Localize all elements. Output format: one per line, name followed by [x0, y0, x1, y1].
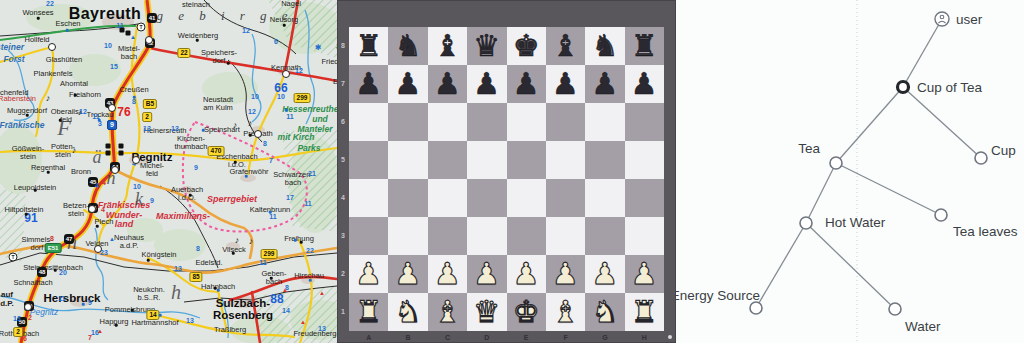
- square-d3[interactable]: [467, 217, 506, 255]
- piece-white-bishop[interactable]: ♝: [546, 293, 585, 331]
- building-icon: [106, 144, 111, 149]
- town-dot-icon: [249, 134, 252, 137]
- road-distance-number: 21: [308, 170, 316, 177]
- town-ring-icon: [111, 166, 119, 174]
- square-f1[interactable]: ♝: [546, 293, 585, 331]
- map-town-label: Nagel: [281, 0, 301, 8]
- node-tea[interactable]: [830, 157, 842, 169]
- road-distance-number: 22: [46, 0, 54, 7]
- road-distance-number: 4: [101, 206, 105, 213]
- node-label-cup: Cup: [991, 143, 1016, 158]
- file-label-g: G: [585, 332, 624, 343]
- node-hot_water[interactable]: [800, 217, 812, 229]
- town-dot-icon: [232, 252, 235, 255]
- road-distance-number: 11: [58, 295, 65, 302]
- piece-black-bishop[interactable]: ♝: [428, 27, 467, 65]
- square-c8[interactable]: ♝: [428, 27, 467, 65]
- route-badge: 299: [261, 249, 278, 259]
- map-town-label: Glashütten: [46, 56, 82, 64]
- town-ring-icon: [88, 205, 96, 213]
- node-label-water: Water: [905, 319, 941, 334]
- square-f5[interactable]: [546, 141, 585, 179]
- building-icon: [119, 144, 124, 149]
- square-a3[interactable]: [349, 217, 388, 255]
- route-badge: B5: [143, 99, 157, 109]
- file-label-a: A: [349, 332, 388, 343]
- road-distance-number: 8: [196, 245, 200, 252]
- map-town-label: Auerbach i.d.O.: [171, 186, 203, 202]
- town-dot-icon: [37, 17, 40, 20]
- map-town-label: Fried: [321, 58, 337, 66]
- map-town-label: Hartmannshof: [131, 319, 178, 327]
- node-label-tea: Tea: [798, 141, 820, 156]
- map-town-label: Geben- bach: [261, 270, 286, 286]
- piece-white-pawn[interactable]: ♟: [546, 255, 585, 293]
- map-town-label: Bronn: [71, 168, 91, 176]
- road-distance-number: 13: [186, 317, 194, 324]
- castle-icon: ♪: [233, 120, 238, 130]
- route-badge: 470: [208, 146, 225, 156]
- town-dot-icon: [59, 119, 62, 122]
- route-badge: 9: [107, 120, 117, 130]
- road-distance-number: 11: [286, 113, 293, 120]
- poi-dot-icon: [309, 279, 312, 282]
- square-b1[interactable]: ♞: [388, 293, 427, 331]
- edge-hot_water-water: [806, 223, 895, 309]
- piece-white-knight[interactable]: ♞: [388, 293, 427, 331]
- map-town-label: ä: [93, 148, 102, 167]
- map-town-label: Parks: [297, 144, 320, 153]
- peak-icon: ▲: [109, 236, 115, 242]
- rank-label-5: 5: [337, 141, 349, 179]
- node-label-cup_of_tea: Cup of Tea: [917, 80, 983, 95]
- square-c7[interactable]: ♟: [428, 65, 467, 103]
- map-town-label: Freudenberg: [294, 330, 337, 338]
- square-a7[interactable]: ♟: [349, 65, 388, 103]
- poi-dot-icon: [269, 211, 272, 214]
- edge-cup_of_tea-cup: [903, 87, 981, 158]
- square-g2[interactable]: ♟: [585, 255, 624, 293]
- town-dot-icon: [47, 171, 50, 174]
- edge-user-cup_of_tea: [903, 19, 942, 87]
- poi-dot-icon: [66, 29, 69, 32]
- map-town-label: Hollfeld: [24, 36, 49, 44]
- file-label-e: E: [507, 332, 546, 343]
- rank-label-2: 2: [337, 255, 349, 293]
- town-ring-icon: [48, 43, 56, 51]
- road-distance-number: 14: [282, 307, 290, 314]
- sight-icon: ✱: [315, 43, 322, 52]
- map-town-label: Grafenwöhr: [229, 168, 268, 176]
- piece-white-pawn[interactable]: ♟: [428, 255, 467, 293]
- square-f6[interactable]: [546, 103, 585, 141]
- map-town-label: Fränkische: [0, 121, 44, 130]
- map-town-label: Schwarzen- bach: [273, 171, 313, 187]
- poi-dot-icon: [285, 109, 288, 112]
- square-e7[interactable]: ♟: [507, 65, 546, 103]
- square-d2[interactable]: ♟: [467, 255, 506, 293]
- square-g5[interactable]: [585, 141, 624, 179]
- town-dot-icon: [115, 324, 118, 327]
- map-town-label: Schnaittach: [13, 279, 52, 287]
- board-corner-dot: [668, 335, 672, 339]
- map-town-label: mit Kirch: [278, 133, 315, 142]
- square-c3[interactable]: [428, 217, 467, 255]
- square-c6[interactable]: [428, 103, 467, 141]
- piece-white-knight[interactable]: ♞: [585, 293, 624, 331]
- tea-concept-diagram-panel: userCup of TeaCupTeaHot WaterTea leavesE…: [676, 0, 1024, 343]
- building-icon: [120, 28, 125, 33]
- map-town-label: Ahorntal: [60, 80, 88, 88]
- square-g6[interactable]: [585, 103, 624, 141]
- road-distance-number: 6: [274, 38, 278, 45]
- node-water[interactable]: [889, 303, 901, 315]
- autobahn-exit-badge: 41: [147, 13, 157, 23]
- road-distance-number: 76: [117, 105, 130, 119]
- square-g4[interactable]: [585, 179, 624, 217]
- rank-label-7: 7: [337, 65, 349, 103]
- piece-white-pawn[interactable]: ♟: [388, 255, 427, 293]
- road-distance-number: 9: [150, 197, 154, 204]
- node-label-user: user: [956, 12, 983, 27]
- road-distance-number: 9: [88, 299, 92, 306]
- town-dot-icon: [131, 309, 134, 312]
- map-town-label: auf d.P.: [0, 291, 14, 308]
- town-ring-icon: [24, 303, 32, 311]
- node-label-hot_water: Hot Water: [825, 215, 886, 230]
- file-label-d: D: [467, 332, 506, 343]
- piece-white-pawn[interactable]: ♟: [467, 255, 506, 293]
- map-town-label: Rabenstein: [0, 95, 36, 103]
- road-distance-number: 12: [242, 27, 250, 34]
- square-h8[interactable]: ♜: [625, 27, 664, 65]
- file-label-b: B: [388, 332, 427, 343]
- map-town-label: Creußen: [119, 86, 148, 94]
- poi-dot-icon: [159, 314, 162, 317]
- road-distance-number: 11: [304, 200, 311, 207]
- road-distance-number: 11: [259, 259, 266, 266]
- square-b3[interactable]: [388, 217, 427, 255]
- square-h5[interactable]: [625, 141, 664, 179]
- square-a8[interactable]: ♜: [349, 27, 388, 65]
- edge-cup_of_tea-tea: [836, 87, 903, 163]
- route-badge: 22: [177, 48, 190, 58]
- square-h2[interactable]: ♟: [625, 255, 664, 293]
- square-h1[interactable]: ♜: [625, 293, 664, 331]
- square-c1[interactable]: ♝: [428, 293, 467, 331]
- town-dot-icon: [147, 259, 150, 262]
- square-f8[interactable]: ♝: [546, 27, 585, 65]
- campsite-icon: ▲: [97, 328, 103, 334]
- road-distance-number: 11: [269, 213, 276, 220]
- poi-dot-icon: [245, 175, 248, 178]
- piece-white-rook[interactable]: ♜: [349, 293, 388, 331]
- road-distance-number: 10: [251, 93, 259, 100]
- square-d4[interactable]: [467, 179, 506, 217]
- piece-black-pawn[interactable]: ♟: [467, 65, 506, 103]
- square-a2[interactable]: ♟: [349, 255, 388, 293]
- square-b2[interactable]: ♟: [388, 255, 427, 293]
- square-h6[interactable]: [625, 103, 664, 141]
- piece-white-rook[interactable]: ♜: [625, 293, 664, 331]
- edge-hot_water-energy_source: [756, 223, 806, 308]
- road-distance-number: 8: [50, 235, 54, 242]
- piece-white-pawn[interactable]: ♟: [507, 255, 546, 293]
- square-c5[interactable]: [428, 141, 467, 179]
- route-badge: 2: [142, 112, 152, 122]
- road-distance-number: 4: [102, 179, 106, 186]
- square-e6[interactable]: [507, 103, 546, 141]
- square-b7[interactable]: ♟: [388, 65, 427, 103]
- square-e5[interactable]: [507, 141, 546, 179]
- map-town-label: Trockau: [87, 111, 114, 119]
- poi-dot-icon: [98, 119, 101, 122]
- map-town-label: Mistel- bach: [118, 45, 140, 61]
- piece-black-knight[interactable]: ♞: [585, 27, 624, 65]
- square-g7[interactable]: ♟: [585, 65, 624, 103]
- map-town-label: Speichers- dorf: [201, 49, 237, 65]
- map-town-label: k: [135, 190, 143, 209]
- rank-label-8: 8: [337, 27, 349, 65]
- road-distance-number: 12: [248, 108, 256, 115]
- road-distance-number: 8: [132, 98, 136, 105]
- autobahn-exit-badge: 47: [64, 234, 74, 244]
- route-badge: E51: [45, 243, 62, 253]
- town-dot-icon: [234, 161, 237, 164]
- square-f7[interactable]: ♟: [546, 65, 585, 103]
- square-d6[interactable]: [467, 103, 506, 141]
- town-dot-icon: [74, 94, 77, 97]
- town-dot-icon: [227, 62, 230, 65]
- poi-dot-icon: [294, 239, 297, 242]
- piece-white-pawn[interactable]: ♟: [625, 255, 664, 293]
- piece-white-bishop[interactable]: ♝: [428, 293, 467, 331]
- road-distance-number: 15: [110, 63, 118, 70]
- town-ring-icon: [282, 70, 290, 78]
- square-g3[interactable]: [585, 217, 624, 255]
- road-distance-number: 13: [143, 125, 151, 132]
- campsite-icon: ▲: [300, 319, 306, 325]
- town-dot-icon: [26, 114, 29, 117]
- campsite-icon: ▲: [319, 290, 325, 296]
- service-icon: T: [9, 253, 18, 262]
- piece-black-knight[interactable]: ♞: [388, 27, 427, 65]
- road-distance-number: 13: [174, 265, 182, 272]
- rank-label-3: 3: [337, 217, 349, 255]
- square-g8[interactable]: ♞: [585, 27, 624, 65]
- piece-white-pawn[interactable]: ♟: [349, 255, 388, 293]
- square-b5[interactable]: [388, 141, 427, 179]
- map-town-label: steiner: [0, 43, 24, 52]
- node-label-tea_leaves: Tea leaves: [953, 224, 1018, 239]
- road-distance-number: 2: [28, 314, 32, 321]
- route-badge: 2: [13, 327, 23, 337]
- file-label-c: C: [428, 332, 467, 343]
- rank-label-4: 4: [337, 179, 349, 217]
- map-town-label: Sulzbach- Rosenberg: [213, 297, 273, 322]
- square-d7[interactable]: ♟: [467, 65, 506, 103]
- road-distance-number: 13: [13, 315, 21, 322]
- map-labels-layer: BayreuthPegnitzHersbruckSulzbach- Rosenb…: [0, 0, 337, 343]
- map-town-label: Maximilians-: [156, 212, 210, 222]
- road-distance-number: 10: [133, 183, 141, 190]
- castle-icon: ♪: [235, 235, 240, 245]
- piece-white-pawn[interactable]: ♟: [585, 255, 624, 293]
- map-town-label: Eschen: [55, 20, 80, 28]
- road-distance-number: 8: [263, 140, 267, 147]
- square-b4[interactable]: [388, 179, 427, 217]
- campsite-icon: ▲: [282, 287, 288, 293]
- screenshot-root: BayreuthPegnitzHersbruckSulzbach- Rosenb…: [0, 0, 1024, 343]
- node-label-energy_source: Energy Source: [676, 288, 760, 303]
- square-c4[interactable]: [428, 179, 467, 217]
- service-icon: T: [137, 23, 146, 32]
- map-town-label: Traßlberg: [214, 326, 246, 334]
- road-distance-number: 9: [194, 164, 198, 171]
- building-icon: [119, 151, 124, 156]
- castle-icon: ♪: [78, 107, 83, 117]
- road-distance-number: 17: [286, 194, 294, 201]
- square-f4[interactable]: [546, 179, 585, 217]
- square-h4[interactable]: [625, 179, 664, 217]
- piece-black-pawn[interactable]: ♟: [349, 65, 388, 103]
- poi-dot-icon: [202, 129, 205, 132]
- road-distance-number: 22: [306, 247, 314, 254]
- node-cup[interactable]: [975, 152, 987, 164]
- castle-icon: ♪: [249, 236, 254, 246]
- piece-black-pawn[interactable]: ♟: [625, 65, 664, 103]
- square-a4[interactable]: [349, 179, 388, 217]
- square-e1[interactable]: ♚: [507, 293, 546, 331]
- piece-black-pawn[interactable]: ♟: [428, 65, 467, 103]
- edge-tea-hot_water: [806, 163, 836, 223]
- edge-tea-tea_leaves: [836, 163, 941, 215]
- route-badge: 14: [146, 310, 159, 320]
- castle-icon: ♪: [46, 93, 51, 103]
- road-distance-number: 12: [295, 67, 303, 74]
- square-d5[interactable]: [467, 141, 506, 179]
- town-ring-icon: [108, 104, 116, 112]
- map-town-label: Betzen- stein: [63, 202, 89, 218]
- road-distance-number: 88: [270, 292, 283, 306]
- town-dot-icon: [300, 241, 303, 244]
- town-dot-icon: [189, 194, 192, 197]
- building-icon: [126, 31, 131, 36]
- autobahn-exit-badge: 48: [37, 267, 47, 277]
- road-distance-number: 10: [277, 93, 285, 100]
- town-ring-icon: [94, 245, 102, 253]
- road-distance-number: 7: [269, 157, 273, 164]
- building-icon: [106, 151, 111, 156]
- square-d1[interactable]: ♛: [467, 293, 506, 331]
- town-ring-icon: [254, 130, 262, 138]
- map-town-label: g e b i r g e: [156, 9, 293, 23]
- peak-icon: ▲: [130, 34, 136, 40]
- road-distance-number: 4: [95, 182, 99, 189]
- castle-icon: ♪: [72, 145, 77, 155]
- piece-black-pawn[interactable]: ♟: [388, 65, 427, 103]
- map-town-label: Neustadt am Kulm: [203, 96, 233, 112]
- map-town-label: Edelsfd.: [195, 259, 222, 267]
- road-distance-number: 10: [104, 42, 112, 49]
- road-distance-number: 13: [171, 125, 179, 132]
- square-f2[interactable]: ♟: [546, 255, 585, 293]
- poi-dot-icon: [82, 303, 85, 306]
- road-distance-number: 6: [23, 335, 27, 342]
- map-town-label: Kirchen- thumbach: [175, 135, 208, 151]
- file-label-h: H: [625, 332, 664, 343]
- square-c2[interactable]: ♟: [428, 255, 467, 293]
- route-badge: 299: [294, 93, 311, 103]
- map-town-label: Neuhaus a.d.P.: [114, 234, 144, 250]
- node-tea_leaves[interactable]: [935, 209, 947, 221]
- square-a6[interactable]: [349, 103, 388, 141]
- map-town-label: Forst: [3, 55, 24, 64]
- rank-label-6: 6: [337, 103, 349, 141]
- map-town-label: Pegnitz: [30, 308, 58, 317]
- square-e3[interactable]: [507, 217, 546, 255]
- piece-white-queen[interactable]: ♛: [467, 293, 506, 331]
- town-dot-icon: [270, 277, 273, 280]
- town-ring-icon: [132, 156, 140, 164]
- piece-white-king[interactable]: ♚: [507, 293, 546, 331]
- node-energy_source[interactable]: [750, 302, 762, 314]
- town-dot-icon: [54, 269, 57, 272]
- town-dot-icon: [196, 39, 199, 42]
- piece-black-rook[interactable]: ♜: [349, 27, 388, 65]
- square-h7[interactable]: ♟: [625, 65, 664, 103]
- map-town-label: Michel- feld: [140, 162, 164, 178]
- square-e8[interactable]: ♚: [507, 27, 546, 65]
- piece-black-rook[interactable]: ♜: [625, 27, 664, 65]
- map-town-label: Plankenfels: [34, 70, 73, 78]
- piece-black-king[interactable]: ♚: [507, 27, 546, 65]
- piece-black-bishop[interactable]: ♝: [546, 27, 585, 65]
- poi-dot-icon: [133, 96, 136, 99]
- chess-board-panel: ♜♞♝♛♚♝♞♜♟♟♟♟♟♟♟♟♟♟♟♟♟♟♟♟♜♞♝♛♚♝♞♜ 8765432…: [337, 0, 676, 343]
- piece-black-pawn[interactable]: ♟: [585, 65, 624, 103]
- road-map-panel: BayreuthPegnitzHersbruckSulzbach- Rosenb…: [0, 0, 337, 343]
- town-dot-icon: [96, 225, 99, 228]
- piece-black-queen[interactable]: ♛: [467, 27, 506, 65]
- square-a5[interactable]: [349, 141, 388, 179]
- castle-icon: ♪: [248, 118, 253, 128]
- map-town-label: Neukchn. b.S..R.: [133, 286, 165, 302]
- chess-board[interactable]: ♜♞♝♛♚♝♞♜♟♟♟♟♟♟♟♟♟♟♟♟♟♟♟♟♜♞♝♛♚♝♞♜: [349, 27, 664, 331]
- poi-dot-icon: [217, 289, 220, 292]
- square-f3[interactable]: [546, 217, 585, 255]
- road-distance-number: 7: [88, 334, 92, 341]
- square-h3[interactable]: [625, 217, 664, 255]
- square-a1[interactable]: ♜: [349, 293, 388, 331]
- road-distance-number: 20: [59, 269, 67, 276]
- town-ring-icon: [145, 36, 153, 44]
- node-cup_of_tea[interactable]: [898, 82, 909, 93]
- square-e4[interactable]: [507, 179, 546, 217]
- square-b6[interactable]: [388, 103, 427, 141]
- map-town-label: Gößwein- stein: [12, 145, 45, 161]
- rank-label-1: 1: [337, 293, 349, 331]
- square-e2[interactable]: ♟: [507, 255, 546, 293]
- piece-black-pawn[interactable]: ♟: [507, 65, 546, 103]
- square-d8[interactable]: ♛: [467, 27, 506, 65]
- square-g1[interactable]: ♞: [585, 293, 624, 331]
- town-dot-icon: [283, 24, 286, 27]
- road-distance-number: 13: [318, 325, 326, 332]
- piece-black-pawn[interactable]: ♟: [546, 65, 585, 103]
- square-b8[interactable]: ♞: [388, 27, 427, 65]
- map-town-label: Sperrgebiet: [207, 195, 257, 205]
